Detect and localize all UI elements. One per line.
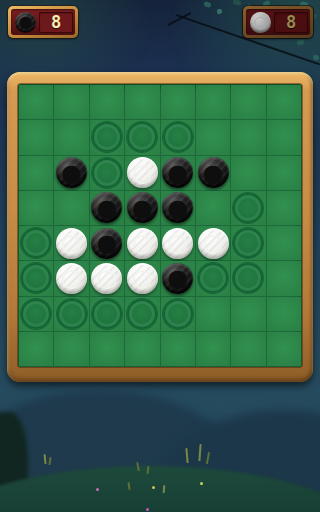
black-disc-icon: ● — [15, 12, 36, 33]
board-cell-d5[interactable]: ○ — [125, 226, 159, 260]
legal-move-hint[interactable] — [92, 158, 122, 188]
legal-move-hint[interactable] — [163, 299, 193, 329]
board-cell-e1[interactable] — [161, 85, 195, 119]
flower-dot — [96, 488, 99, 491]
black-disc: ● — [162, 263, 193, 294]
board-cell-c5[interactable]: ● — [90, 226, 124, 260]
legal-move-hint[interactable] — [127, 122, 157, 152]
board-cell-d6[interactable]: ○ — [125, 261, 159, 295]
board-cell-c3[interactable] — [90, 156, 124, 190]
legal-move-hint[interactable] — [198, 263, 228, 293]
board-cell-h4[interactable] — [267, 191, 301, 225]
board-cell-e6[interactable]: ● — [161, 261, 195, 295]
legal-move-hint[interactable] — [163, 122, 193, 152]
board-cell-g8[interactable] — [231, 332, 265, 366]
legal-move-hint[interactable] — [92, 122, 122, 152]
legal-move-hint[interactable] — [233, 263, 263, 293]
board-cell-e4[interactable]: ● — [161, 191, 195, 225]
board-cell-g3[interactable] — [231, 156, 265, 190]
black-disc: ● — [56, 157, 87, 188]
legal-move-hint[interactable] — [92, 299, 122, 329]
board-cell-g2[interactable] — [231, 120, 265, 154]
board-cell-d2[interactable] — [125, 120, 159, 154]
black-score-value: 8 — [51, 12, 61, 32]
black-disc: ● — [198, 157, 229, 188]
black-disc: ● — [91, 228, 122, 259]
board-cell-b5[interactable]: ○ — [54, 226, 88, 260]
bottom-scenery — [0, 384, 320, 512]
board-cell-b8[interactable] — [54, 332, 88, 366]
board-wooden-frame: ●○●●●●●○●○○○○○○● — [7, 72, 313, 382]
white-disc: ○ — [56, 228, 87, 259]
board-cell-c7[interactable] — [90, 297, 124, 331]
black-score-box: 8 — [39, 12, 73, 33]
board-cell-c6[interactable]: ○ — [90, 261, 124, 295]
board-cell-c2[interactable] — [90, 120, 124, 154]
board-cell-h2[interactable] — [267, 120, 301, 154]
board-cell-f7[interactable] — [196, 297, 230, 331]
flower-dot — [200, 482, 203, 485]
black-disc: ● — [127, 192, 158, 223]
board-cell-c8[interactable] — [90, 332, 124, 366]
game-screen: ● 8 ○ 8 ●○●●●●●○●○○○○○○● — [0, 0, 320, 512]
board-cell-f5[interactable]: ○ — [196, 226, 230, 260]
board-cell-a5[interactable] — [19, 226, 53, 260]
board-cell-h3[interactable] — [267, 156, 301, 190]
legal-move-hint[interactable] — [21, 263, 51, 293]
board-cell-f8[interactable] — [196, 332, 230, 366]
black-score-panel: ● 8 — [8, 6, 78, 38]
white-score-box: 8 — [274, 12, 308, 33]
black-score-panel-inner: ● 8 — [11, 9, 75, 35]
board-cell-b3[interactable]: ● — [54, 156, 88, 190]
board-cell-a4[interactable] — [19, 191, 53, 225]
white-score-value: 8 — [286, 12, 296, 32]
board-cell-b4[interactable] — [54, 191, 88, 225]
black-disc: ● — [162, 157, 193, 188]
board-cell-b1[interactable] — [54, 85, 88, 119]
white-disc: ○ — [56, 263, 87, 294]
board-cell-c4[interactable]: ● — [90, 191, 124, 225]
board-cell-h7[interactable] — [267, 297, 301, 331]
board-cell-e8[interactable] — [161, 332, 195, 366]
board-cell-d4[interactable]: ● — [125, 191, 159, 225]
board-cell-a2[interactable] — [19, 120, 53, 154]
board-cell-b6[interactable]: ○ — [54, 261, 88, 295]
board-cell-e3[interactable]: ● — [161, 156, 195, 190]
board-cell-f2[interactable] — [196, 120, 230, 154]
legal-move-hint[interactable] — [127, 299, 157, 329]
board-cell-a7[interactable] — [19, 297, 53, 331]
board-cell-e7[interactable] — [161, 297, 195, 331]
legal-move-hint[interactable] — [57, 299, 87, 329]
board-cell-f3[interactable]: ● — [196, 156, 230, 190]
board-cell-d7[interactable] — [125, 297, 159, 331]
legal-move-hint[interactable] — [233, 193, 263, 223]
legal-move-hint[interactable] — [21, 228, 51, 258]
white-disc: ○ — [162, 228, 193, 259]
board-cell-a1[interactable] — [19, 85, 53, 119]
white-disc: ○ — [127, 263, 158, 294]
board-cell-b2[interactable] — [54, 120, 88, 154]
black-disc: ● — [162, 192, 193, 223]
board-cell-d1[interactable] — [125, 85, 159, 119]
white-disc: ○ — [198, 228, 229, 259]
board-cell-g5[interactable] — [231, 226, 265, 260]
black-disc: ● — [91, 192, 122, 223]
white-disc: ○ — [127, 228, 158, 259]
legal-move-hint[interactable] — [233, 228, 263, 258]
white-disc: ○ — [91, 263, 122, 294]
board-cell-f6[interactable] — [196, 261, 230, 295]
white-score-panel: ○ 8 — [243, 6, 313, 38]
board-grid: ●○●●●●●○●○○○○○○● — [18, 84, 302, 367]
board-cell-h8[interactable] — [267, 332, 301, 366]
board-cell-e5[interactable]: ○ — [161, 226, 195, 260]
board-cell-g7[interactable] — [231, 297, 265, 331]
white-score-panel-inner: ○ 8 — [246, 9, 310, 35]
board-cell-g1[interactable] — [231, 85, 265, 119]
legal-move-hint[interactable] — [21, 299, 51, 329]
board-cell-c1[interactable] — [90, 85, 124, 119]
flower-dot — [146, 508, 149, 511]
board-cell-f4[interactable] — [196, 191, 230, 225]
board-cell-f1[interactable] — [196, 85, 230, 119]
board-cell-d3[interactable]: ○ — [125, 156, 159, 190]
board-cell-h5[interactable] — [267, 226, 301, 260]
board-cell-h6[interactable] — [267, 261, 301, 295]
board-cell-d8[interactable] — [125, 332, 159, 366]
board-cell-a8[interactable] — [19, 332, 53, 366]
board-cell-g4[interactable] — [231, 191, 265, 225]
white-disc: ○ — [127, 157, 158, 188]
board-cell-b7[interactable] — [54, 297, 88, 331]
board-cell-e2[interactable] — [161, 120, 195, 154]
board-cell-g6[interactable] — [231, 261, 265, 295]
board-cell-a6[interactable] — [19, 261, 53, 295]
flower-dot — [152, 486, 155, 489]
white-disc-icon: ○ — [250, 12, 271, 33]
board-cell-a3[interactable] — [19, 156, 53, 190]
board-cell-h1[interactable] — [267, 85, 301, 119]
